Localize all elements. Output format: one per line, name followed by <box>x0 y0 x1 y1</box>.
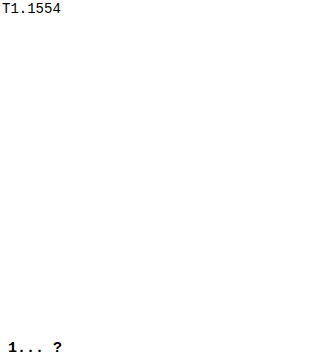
exercise-title: T1.1554 <box>0 0 320 19</box>
chess-board <box>0 19 320 339</box>
chess-puzzle-app: T1.1554 1... ? <box>0 0 320 360</box>
move-prompt: 1... ? <box>0 339 320 360</box>
